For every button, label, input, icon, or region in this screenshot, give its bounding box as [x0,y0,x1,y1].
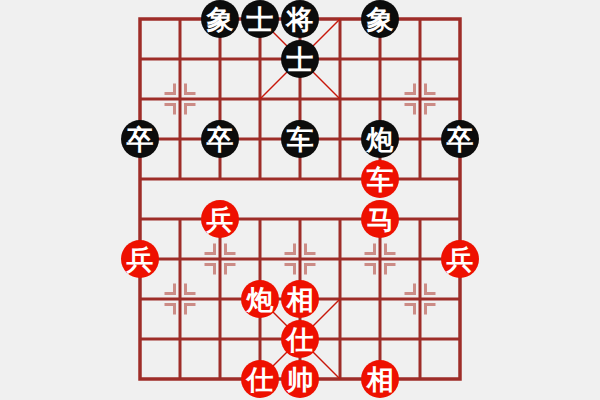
piece-black-advisor[interactable]: 士 [281,40,319,78]
piece-red-pawn[interactable]: 兵 [201,200,239,238]
piece-black-elephant[interactable]: 象 [201,0,239,38]
piece-red-chariot[interactable]: 车 [361,160,399,198]
xiangqi-board: 象士将象士卒卒车炮卒车兵马兵兵炮相仕仕帅相 [0,0,600,400]
piece-black-chariot[interactable]: 车 [281,120,319,158]
piece-red-advisor[interactable]: 仕 [281,320,319,358]
piece-black-advisor[interactable]: 士 [241,0,279,38]
piece-black-cannon[interactable]: 炮 [361,120,399,158]
pieces-layer: 象士将象士卒卒车炮卒车兵马兵兵炮相仕仕帅相 [0,0,600,400]
piece-black-pawn[interactable]: 卒 [121,120,159,158]
piece-red-general[interactable]: 帅 [281,360,319,398]
piece-black-pawn[interactable]: 卒 [441,120,479,158]
piece-red-horse[interactable]: 马 [361,200,399,238]
piece-red-advisor[interactable]: 仕 [241,360,279,398]
piece-red-cannon[interactable]: 炮 [241,280,279,318]
piece-red-pawn[interactable]: 兵 [121,240,159,278]
piece-red-elephant[interactable]: 相 [361,360,399,398]
piece-black-elephant[interactable]: 象 [361,0,399,38]
piece-red-elephant[interactable]: 相 [281,280,319,318]
piece-red-pawn[interactable]: 兵 [441,240,479,278]
piece-black-pawn[interactable]: 卒 [201,120,239,158]
piece-black-general[interactable]: 将 [281,0,319,38]
